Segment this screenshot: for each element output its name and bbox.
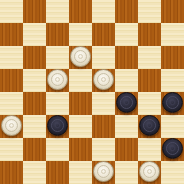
square-d6[interactable] bbox=[69, 46, 92, 69]
checkers-board bbox=[0, 0, 184, 184]
square-f4[interactable] bbox=[115, 92, 138, 115]
black-man-piece[interactable] bbox=[162, 138, 183, 159]
square-h6[interactable] bbox=[161, 46, 184, 69]
square-b2[interactable] bbox=[23, 138, 46, 161]
square-a6 bbox=[0, 46, 23, 69]
square-c1[interactable] bbox=[46, 161, 69, 184]
white-man-piece[interactable] bbox=[139, 161, 160, 182]
square-c2 bbox=[46, 138, 69, 161]
square-a8 bbox=[0, 0, 23, 23]
square-b4[interactable] bbox=[23, 92, 46, 115]
white-man-piece[interactable] bbox=[70, 46, 91, 67]
square-d2[interactable] bbox=[69, 138, 92, 161]
square-e1[interactable] bbox=[92, 161, 115, 184]
square-d8[interactable] bbox=[69, 0, 92, 23]
square-c7[interactable] bbox=[46, 23, 69, 46]
square-h8[interactable] bbox=[161, 0, 184, 23]
white-man-piece[interactable] bbox=[93, 161, 114, 182]
white-man-piece[interactable] bbox=[47, 69, 68, 90]
white-man-piece[interactable] bbox=[1, 115, 22, 136]
square-b6[interactable] bbox=[23, 46, 46, 69]
square-e5[interactable] bbox=[92, 69, 115, 92]
square-f3 bbox=[115, 115, 138, 138]
square-f6[interactable] bbox=[115, 46, 138, 69]
square-c8 bbox=[46, 0, 69, 23]
square-c5[interactable] bbox=[46, 69, 69, 92]
square-h5 bbox=[161, 69, 184, 92]
square-c4 bbox=[46, 92, 69, 115]
square-e3[interactable] bbox=[92, 115, 115, 138]
square-f1 bbox=[115, 161, 138, 184]
square-g6 bbox=[138, 46, 161, 69]
square-c3[interactable] bbox=[46, 115, 69, 138]
black-man-piece[interactable] bbox=[139, 115, 160, 136]
white-man-piece[interactable] bbox=[93, 69, 114, 90]
square-b5 bbox=[23, 69, 46, 92]
square-e2 bbox=[92, 138, 115, 161]
square-f8[interactable] bbox=[115, 0, 138, 23]
square-f5 bbox=[115, 69, 138, 92]
square-e6 bbox=[92, 46, 115, 69]
square-f7 bbox=[115, 23, 138, 46]
square-f2[interactable] bbox=[115, 138, 138, 161]
square-g2 bbox=[138, 138, 161, 161]
square-g4 bbox=[138, 92, 161, 115]
square-g5[interactable] bbox=[138, 69, 161, 92]
black-man-piece[interactable] bbox=[47, 115, 68, 136]
square-h7 bbox=[161, 23, 184, 46]
square-a4 bbox=[0, 92, 23, 115]
square-h4[interactable] bbox=[161, 92, 184, 115]
square-b1 bbox=[23, 161, 46, 184]
square-a2 bbox=[0, 138, 23, 161]
square-e4 bbox=[92, 92, 115, 115]
square-d7 bbox=[69, 23, 92, 46]
square-a1[interactable] bbox=[0, 161, 23, 184]
square-a3[interactable] bbox=[0, 115, 23, 138]
square-c6 bbox=[46, 46, 69, 69]
black-man-piece[interactable] bbox=[116, 92, 137, 113]
square-g7[interactable] bbox=[138, 23, 161, 46]
square-h2[interactable] bbox=[161, 138, 184, 161]
square-d3 bbox=[69, 115, 92, 138]
square-b3 bbox=[23, 115, 46, 138]
square-e7[interactable] bbox=[92, 23, 115, 46]
square-e8 bbox=[92, 0, 115, 23]
square-g3[interactable] bbox=[138, 115, 161, 138]
black-man-piece[interactable] bbox=[162, 92, 183, 113]
square-d4[interactable] bbox=[69, 92, 92, 115]
square-a7[interactable] bbox=[0, 23, 23, 46]
square-d5 bbox=[69, 69, 92, 92]
square-d1 bbox=[69, 161, 92, 184]
square-h3 bbox=[161, 115, 184, 138]
square-g8 bbox=[138, 0, 161, 23]
square-b7 bbox=[23, 23, 46, 46]
square-a5[interactable] bbox=[0, 69, 23, 92]
square-b8[interactable] bbox=[23, 0, 46, 23]
square-g1[interactable] bbox=[138, 161, 161, 184]
square-h1 bbox=[161, 161, 184, 184]
